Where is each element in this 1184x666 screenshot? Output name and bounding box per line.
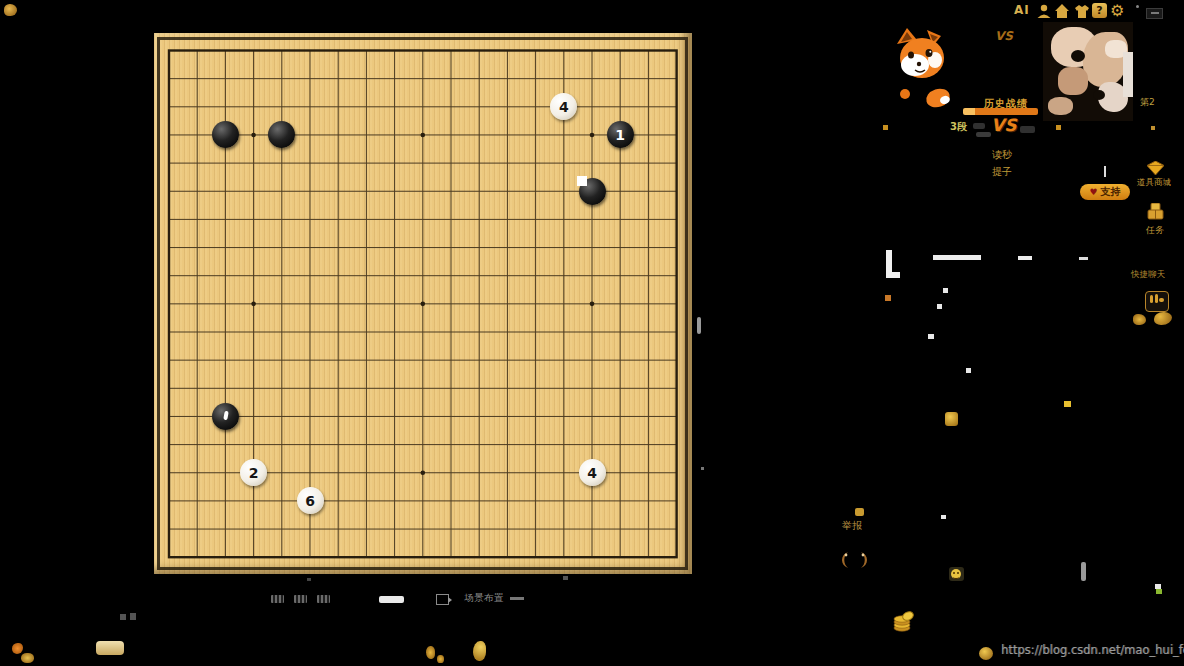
artifact <box>563 576 568 580</box>
player-rank-label: 3段 <box>950 120 967 134</box>
history-progress-bar <box>963 108 1038 115</box>
wardrobe-icon[interactable] <box>1074 4 1090 20</box>
scene-setting-button[interactable]: 场景布置 <box>464 592 504 605</box>
report-icon <box>855 508 864 516</box>
go-stone-black <box>579 178 606 205</box>
emote-icon[interactable] <box>1154 312 1172 325</box>
go-stone-white: 6 <box>297 487 324 514</box>
report-button[interactable]: 举报 <box>842 519 862 533</box>
board-grid <box>154 33 692 574</box>
artifact <box>1020 126 1035 133</box>
artifact <box>1136 5 1139 8</box>
white-square-marker <box>577 176 587 186</box>
fox-mascot-logo <box>891 28 953 114</box>
coins-icon[interactable] <box>892 609 914 632</box>
artifact <box>473 641 486 661</box>
move-number-label: 6 <box>305 494 315 508</box>
artifact <box>307 578 311 581</box>
app-window: 41264 AI ? ⚙ VS <box>0 0 1184 666</box>
profile-icon[interactable] <box>1036 3 1052 19</box>
artifact <box>96 641 124 655</box>
artifact <box>437 655 444 663</box>
heart-icon: ♥ <box>1089 188 1097 197</box>
artifact <box>1064 401 1071 407</box>
minimize-button[interactable] <box>1146 8 1163 19</box>
artifact <box>885 295 891 301</box>
artifact <box>12 643 23 654</box>
artifact <box>1079 257 1088 260</box>
hand-gesture-icon[interactable] <box>1145 291 1169 312</box>
ai-label: AI <box>1014 3 1030 17</box>
watermark-url: https://blog.csdn.net/mao_hui_fei <box>1001 643 1184 657</box>
artifact <box>933 255 981 260</box>
artifact <box>943 288 948 293</box>
diamond-icon[interactable] <box>1147 161 1164 175</box>
item-shop-button[interactable]: 道具商城 <box>1137 177 1171 189</box>
playback-button[interactable] <box>271 595 284 603</box>
artifact <box>937 304 942 309</box>
support-button[interactable]: ♥ 支持 <box>1080 184 1130 200</box>
go-stone-white: 4 <box>579 459 606 486</box>
white-tick-marker <box>223 411 229 421</box>
artifact <box>973 123 985 129</box>
help-icon[interactable]: ? <box>1092 3 1107 18</box>
move-number-label: 2 <box>249 466 259 480</box>
chat-scrollbar[interactable] <box>1081 562 1086 581</box>
artifact <box>1018 256 1032 260</box>
playback-button[interactable] <box>317 595 330 603</box>
artifact <box>21 653 34 663</box>
rank-badge <box>883 125 888 130</box>
rank-badge <box>1056 125 1061 130</box>
gesture-hands-icon[interactable] <box>837 551 872 569</box>
playback-button[interactable] <box>294 595 307 603</box>
move-number-label: 4 <box>559 100 569 114</box>
move-number-label: 1 <box>615 128 625 142</box>
byoyomi-label: 读秒 <box>992 148 1012 162</box>
artifact <box>1151 126 1155 130</box>
opponent-avatar-image[interactable] <box>1043 22 1133 121</box>
artifact <box>120 614 126 620</box>
artifact <box>966 368 971 373</box>
coin-icon <box>979 647 993 660</box>
move-number-label: 4 <box>587 466 597 480</box>
artifact <box>928 334 934 339</box>
app-icon[interactable] <box>4 4 17 16</box>
treasure-icon[interactable] <box>1146 203 1165 220</box>
tasks-button[interactable]: 任务 <box>1146 224 1164 237</box>
rail-top-label: 第2 <box>1140 96 1155 109</box>
artifact <box>886 272 900 278</box>
artifact <box>976 132 991 137</box>
artifact <box>130 613 136 620</box>
go-board[interactable]: 41264 <box>154 33 692 574</box>
emote-icon[interactable] <box>1133 314 1146 325</box>
board-tool-icon[interactable] <box>436 594 449 605</box>
artifact <box>1155 584 1161 589</box>
artifact <box>697 317 701 334</box>
badge-icon <box>945 412 958 426</box>
artifact <box>701 467 704 470</box>
toolbar-button[interactable] <box>379 596 404 603</box>
captures-label: 提子 <box>992 165 1012 179</box>
go-stone-black <box>212 403 239 430</box>
artifact <box>426 646 435 659</box>
settings-icon[interactable]: ⚙ <box>1110 1 1124 20</box>
go-stone-black: 1 <box>607 121 634 148</box>
home-icon[interactable] <box>1054 3 1070 19</box>
artifact <box>941 515 946 519</box>
artifact <box>1104 166 1106 177</box>
artifact <box>510 597 524 600</box>
vs-big-label: VS <box>991 115 1016 135</box>
vs-small-label: VS <box>995 29 1013 43</box>
quick-chat-button[interactable]: 快捷聊天 <box>1131 269 1165 281</box>
emoticon-button[interactable] <box>949 567 964 581</box>
